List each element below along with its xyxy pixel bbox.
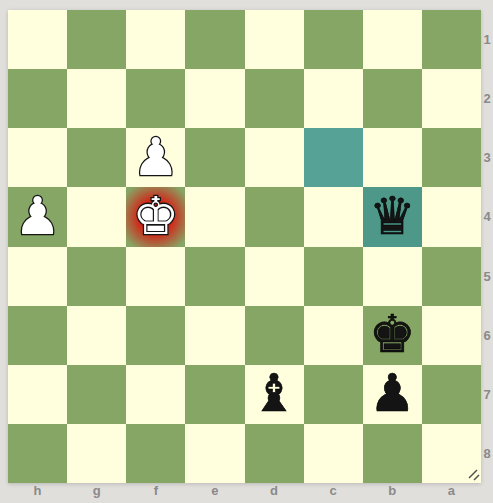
square-h3[interactable]	[8, 128, 67, 187]
file-label-a: a	[422, 482, 481, 502]
square-h6[interactable]	[8, 306, 67, 365]
square-f2[interactable]	[126, 69, 185, 128]
square-g2[interactable]	[67, 69, 126, 128]
square-g6[interactable]	[67, 306, 126, 365]
square-f4[interactable]: ♚	[126, 187, 185, 246]
chess-board: ♟♟♚♛♚♝♟	[8, 10, 481, 483]
square-f3[interactable]: ♟	[126, 128, 185, 187]
square-h5[interactable]	[8, 247, 67, 306]
square-e7[interactable]	[185, 365, 244, 424]
rank-label-1: 1	[481, 10, 493, 69]
square-d4[interactable]	[245, 187, 304, 246]
square-h2[interactable]	[8, 69, 67, 128]
square-e2[interactable]	[185, 69, 244, 128]
rank-label-5: 5	[481, 247, 493, 306]
square-e6[interactable]	[185, 306, 244, 365]
square-h4[interactable]: ♟	[8, 187, 67, 246]
square-e8[interactable]	[185, 424, 244, 483]
rank-label-7: 7	[481, 365, 493, 424]
square-d7[interactable]: ♝	[245, 365, 304, 424]
square-b4[interactable]: ♛	[363, 187, 422, 246]
square-c2[interactable]	[304, 69, 363, 128]
black-bishop-d7[interactable]: ♝	[251, 367, 298, 419]
page: { "game": "chess", "position": { "fen": …	[0, 0, 493, 503]
black-pawn-b7[interactable]: ♟	[369, 367, 416, 419]
file-label-b: b	[363, 482, 422, 502]
rank-label-8: 8	[481, 424, 493, 483]
black-queen-b4[interactable]: ♛	[369, 190, 416, 242]
file-label-c: c	[304, 482, 363, 502]
square-f6[interactable]	[126, 306, 185, 365]
square-a7[interactable]	[422, 365, 481, 424]
square-b3[interactable]	[363, 128, 422, 187]
rank-label-3: 3	[481, 128, 493, 187]
square-d8[interactable]	[245, 424, 304, 483]
square-h1[interactable]	[8, 10, 67, 69]
square-h8[interactable]	[8, 424, 67, 483]
square-c6[interactable]	[304, 306, 363, 365]
square-b8[interactable]	[363, 424, 422, 483]
black-king-b6[interactable]: ♚	[369, 308, 416, 360]
square-c1[interactable]	[304, 10, 363, 69]
square-a6[interactable]	[422, 306, 481, 365]
file-label-h: h	[8, 482, 67, 502]
square-a3[interactable]	[422, 128, 481, 187]
square-c7[interactable]	[304, 365, 363, 424]
square-a4[interactable]	[422, 187, 481, 246]
square-d6[interactable]	[245, 306, 304, 365]
square-f7[interactable]	[126, 365, 185, 424]
white-king-f4[interactable]: ♚	[133, 190, 180, 242]
file-labels: hgfedcba	[8, 482, 481, 502]
square-g3[interactable]	[67, 128, 126, 187]
square-g7[interactable]	[67, 365, 126, 424]
file-label-d: d	[245, 482, 304, 502]
square-b6[interactable]: ♚	[363, 306, 422, 365]
square-a1[interactable]	[422, 10, 481, 69]
square-d5[interactable]	[245, 247, 304, 306]
square-b7[interactable]: ♟	[363, 365, 422, 424]
square-c3[interactable]	[304, 128, 363, 187]
square-f1[interactable]	[126, 10, 185, 69]
rank-labels: 12345678	[481, 10, 493, 483]
square-g1[interactable]	[67, 10, 126, 69]
square-c5[interactable]	[304, 247, 363, 306]
square-e3[interactable]	[185, 128, 244, 187]
white-pawn-h4[interactable]: ♟	[14, 190, 61, 242]
square-e5[interactable]	[185, 247, 244, 306]
rank-label-4: 4	[481, 187, 493, 246]
square-f8[interactable]	[126, 424, 185, 483]
square-f5[interactable]	[126, 247, 185, 306]
white-pawn-f3[interactable]: ♟	[133, 131, 180, 183]
square-b1[interactable]	[363, 10, 422, 69]
board-resize-handle[interactable]	[466, 467, 481, 482]
square-g8[interactable]	[67, 424, 126, 483]
square-a5[interactable]	[422, 247, 481, 306]
square-b2[interactable]	[363, 69, 422, 128]
rank-label-6: 6	[481, 306, 493, 365]
square-d2[interactable]	[245, 69, 304, 128]
square-c4[interactable]	[304, 187, 363, 246]
square-d3[interactable]	[245, 128, 304, 187]
square-b5[interactable]	[363, 247, 422, 306]
square-h7[interactable]	[8, 365, 67, 424]
square-d1[interactable]	[245, 10, 304, 69]
square-c8[interactable]	[304, 424, 363, 483]
square-e1[interactable]	[185, 10, 244, 69]
square-a2[interactable]	[422, 69, 481, 128]
file-label-f: f	[126, 482, 185, 502]
file-label-g: g	[67, 482, 126, 502]
square-e4[interactable]	[185, 187, 244, 246]
rank-label-2: 2	[481, 69, 493, 128]
square-g5[interactable]	[67, 247, 126, 306]
file-label-e: e	[185, 482, 244, 502]
square-g4[interactable]	[67, 187, 126, 246]
